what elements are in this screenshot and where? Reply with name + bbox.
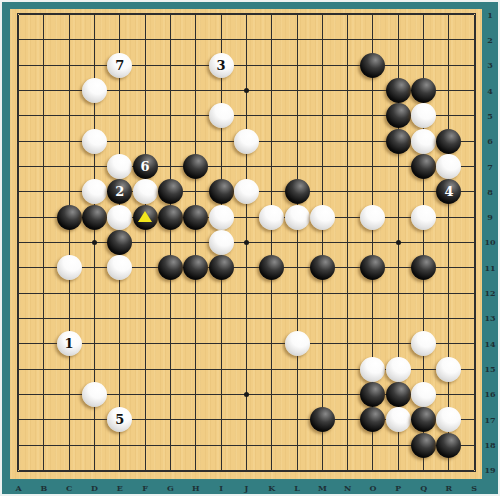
stone-black-Q7	[411, 154, 436, 179]
row-label-10: 10	[484, 238, 495, 246]
col-label-O: O	[369, 484, 376, 492]
row-label-12: 12	[484, 289, 495, 297]
row-label-2: 2	[487, 36, 493, 44]
col-label-P: P	[395, 484, 401, 492]
move-label-6: 6	[141, 160, 150, 173]
stone-black-H9	[183, 205, 208, 230]
move-label-3: 3	[217, 59, 226, 72]
row-label-4: 4	[487, 87, 493, 95]
stone-white-Q6	[411, 129, 436, 154]
stone-white-R15	[436, 357, 461, 382]
col-label-R: R	[446, 484, 453, 492]
row-label-3: 3	[487, 61, 493, 69]
stone-black-R6	[436, 129, 461, 154]
stone-black-P4	[386, 78, 411, 103]
stone-white-I10	[209, 230, 234, 255]
stone-white-I3: 3	[209, 53, 234, 78]
stone-white-C11	[57, 255, 82, 280]
stone-black-M11	[310, 255, 335, 280]
stone-black-R18	[436, 433, 461, 458]
stone-black-L8	[285, 179, 310, 204]
stone-black-F9	[133, 205, 158, 230]
stone-white-J6	[234, 129, 259, 154]
stone-white-L14	[285, 331, 310, 356]
col-label-B: B	[40, 484, 47, 492]
row-label-11: 11	[484, 264, 495, 272]
col-label-K: K	[268, 484, 275, 492]
col-label-J: J	[244, 484, 248, 492]
stone-white-E9	[107, 205, 132, 230]
stone-white-D16	[82, 382, 107, 407]
move-label-5: 5	[115, 413, 124, 426]
stone-black-P16	[386, 382, 411, 407]
stone-white-P17	[386, 407, 411, 432]
col-label-I: I	[219, 484, 223, 492]
stone-black-F7: 6	[133, 154, 158, 179]
col-label-F: F	[142, 484, 148, 492]
row-label-15: 15	[484, 365, 495, 373]
stone-black-G9	[158, 205, 183, 230]
star-point	[92, 240, 97, 245]
row-label-6: 6	[487, 137, 493, 145]
stone-white-M9	[310, 205, 335, 230]
row-label-8: 8	[487, 188, 493, 196]
col-label-A: A	[15, 484, 21, 492]
row-label-14: 14	[484, 340, 495, 348]
row-label-5: 5	[487, 112, 493, 120]
stone-white-Q16	[411, 382, 436, 407]
col-label-S: S	[471, 484, 477, 492]
row-label-9: 9	[487, 213, 493, 221]
col-label-E: E	[117, 484, 123, 492]
stone-white-L9	[285, 205, 310, 230]
col-label-M: M	[318, 484, 327, 492]
stone-black-M17	[310, 407, 335, 432]
stone-white-Q9	[411, 205, 436, 230]
stone-white-D4	[82, 78, 107, 103]
move-label-1: 1	[65, 337, 74, 350]
move-label-7: 7	[115, 59, 124, 72]
star-point	[244, 392, 249, 397]
stone-white-I9	[209, 205, 234, 230]
col-label-L: L	[294, 484, 300, 492]
stone-white-D6	[82, 129, 107, 154]
go-diagram-window: 7362415ABCDEFGHIJKLMNOPQRS12345678910111…	[0, 0, 500, 496]
col-label-H: H	[192, 484, 200, 492]
stone-black-Q4	[411, 78, 436, 103]
stone-black-I8	[209, 179, 234, 204]
stone-white-O9	[360, 205, 385, 230]
stone-black-C9	[57, 205, 82, 230]
stone-white-I5	[209, 103, 234, 128]
row-label-13: 13	[484, 314, 495, 322]
stone-black-D9	[82, 205, 107, 230]
row-label-19: 19	[484, 466, 495, 474]
stone-white-F8	[133, 179, 158, 204]
star-point	[396, 240, 401, 245]
star-point	[244, 88, 249, 93]
stone-white-O15	[360, 357, 385, 382]
col-label-C: C	[66, 484, 72, 492]
stone-black-Q18	[411, 433, 436, 458]
col-label-G: G	[167, 484, 174, 492]
row-label-18: 18	[484, 441, 495, 449]
col-label-N: N	[344, 484, 351, 492]
move-label-2: 2	[115, 185, 124, 198]
col-label-D: D	[91, 484, 98, 492]
stone-black-P6	[386, 129, 411, 154]
row-label-16: 16	[484, 390, 495, 398]
triangle-marker	[138, 211, 152, 222]
stone-white-C14: 1	[57, 331, 82, 356]
stone-white-K9	[259, 205, 284, 230]
stone-white-P15	[386, 357, 411, 382]
star-point	[244, 240, 249, 245]
stone-black-I11	[209, 255, 234, 280]
stone-white-E3: 7	[107, 53, 132, 78]
row-label-1: 1	[487, 11, 493, 19]
move-label-4: 4	[444, 185, 453, 198]
row-label-17: 17	[484, 416, 495, 424]
col-label-Q: Q	[420, 484, 427, 492]
row-label-7: 7	[487, 163, 493, 171]
